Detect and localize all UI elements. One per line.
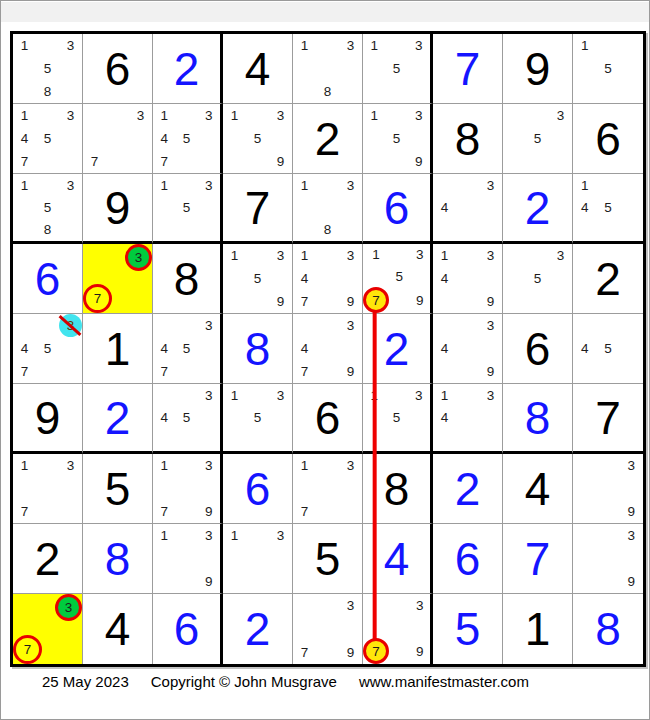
candidate-4[interactable]: 4 [153, 127, 175, 150]
cell-r4c1[interactable]: 6 [13, 244, 83, 314]
cell-value-solved: 4 [384, 536, 410, 582]
candidate-1[interactable]: 1 [363, 104, 385, 127]
candidate-1[interactable]: 1 [293, 244, 316, 267]
cell-r7c9[interactable]: 39 [573, 454, 643, 524]
cell-r7c8[interactable]: 4 [503, 454, 573, 524]
cell-r6c2[interactable]: 2 [83, 384, 153, 454]
app-window: 1358624138135791513457371345713592135983… [0, 0, 650, 720]
cell-value-solved: 8 [245, 326, 271, 372]
candidate-3[interactable]: 3 [59, 174, 82, 196]
candidate-1[interactable]: 1 [363, 34, 385, 57]
cell-value-solved: 6 [35, 256, 61, 302]
cell-r5c3[interactable]: 3457 [153, 314, 223, 384]
cell-r6c6[interactable]: 135 [363, 384, 433, 454]
candidate-9[interactable]: 9 [339, 290, 362, 313]
candidate-4[interactable]: 4 [153, 337, 175, 360]
sudoku-board[interactable]: 1358624138135791513457371345713592135983… [10, 31, 646, 667]
pencil-marks: 139 [153, 524, 220, 593]
candidate-3[interactable]: 3 [620, 524, 643, 547]
candidate-3[interactable]: 3 [339, 34, 362, 57]
cell-r4c5[interactable]: 13479 [293, 244, 363, 314]
candidate-7[interactable]: 7 [293, 290, 316, 313]
cell-r7c5[interactable]: 137 [293, 454, 363, 524]
cell-r6c8[interactable]: 8 [503, 384, 573, 454]
cell-value-given: 8 [174, 256, 200, 302]
cell-value-solved: 2 [174, 46, 200, 92]
candidate-5[interactable]: 5 [246, 127, 269, 150]
pencil-marks: 45 [573, 314, 643, 383]
candidate-7[interactable]: 7 [153, 360, 175, 383]
cell-r9c1[interactable]: 37 [13, 594, 83, 664]
cell-r3c8[interactable]: 2 [503, 174, 573, 244]
candidate-9[interactable]: 9 [269, 150, 292, 173]
pencil-marks: 135 [363, 34, 430, 103]
cell-r8c5[interactable]: 5 [293, 524, 363, 594]
candidate-1[interactable]: 1 [293, 174, 316, 196]
candidate-3[interactable]: 3 [549, 244, 572, 267]
cell-r4c6[interactable]: 13579 [363, 244, 433, 314]
pencil-marks: 37 [83, 104, 152, 173]
cell-r1c9[interactable]: 15 [573, 34, 643, 104]
cell-r2c2[interactable]: 37 [83, 104, 153, 174]
candidate-8[interactable]: 8 [316, 219, 339, 241]
candidate-5[interactable]: 5 [175, 337, 197, 360]
candidate-9[interactable]: 9 [339, 641, 362, 664]
cell-r9c6[interactable]: 379 [363, 594, 433, 664]
pencil-marks: 145 [573, 174, 643, 241]
candidate-7[interactable]: 7 [83, 150, 106, 173]
pencil-marks: 34 [433, 174, 502, 241]
candidate-1[interactable]: 1 [223, 524, 246, 547]
candidate-3[interactable]: 3 [410, 244, 431, 266]
cell-r9c8[interactable]: 1 [503, 594, 573, 664]
candidate-9[interactable]: 9 [198, 500, 220, 523]
cell-value-given: 7 [595, 395, 621, 441]
cell-r2c7[interactable]: 8 [433, 104, 503, 174]
cell-r5c4[interactable]: 8 [223, 314, 293, 384]
candidate-7[interactable]: 7 [293, 360, 316, 383]
cell-r7c6[interactable]: 8 [363, 454, 433, 524]
footer-date: 25 May 2023 [42, 673, 129, 690]
cell-r2c6[interactable]: 1359 [363, 104, 433, 174]
cell-r1c1[interactable]: 1358 [13, 34, 83, 104]
pencil-marks: 13479 [293, 244, 362, 313]
candidate-5[interactable]: 5 [175, 406, 197, 428]
cell-value-given: 6 [525, 326, 551, 372]
candidate-5[interactable]: 5 [175, 196, 197, 218]
pencil-marks: 13457 [13, 104, 82, 173]
footer-copyright: Copyright © John Musgrave [151, 673, 337, 690]
cell-value-solved: 2 [455, 466, 481, 512]
cell-value-given: 9 [105, 185, 131, 231]
cell-r6c7[interactable]: 134 [433, 384, 503, 454]
cell-value-given: 2 [315, 116, 341, 162]
candidate-8[interactable]: 8 [36, 80, 59, 103]
candidate-5[interactable]: 5 [36, 57, 59, 80]
pencil-marks: 15 [573, 34, 643, 103]
candidate-3[interactable]: 3 [198, 454, 220, 477]
candidate-3-green-ring[interactable]: 3 [125, 244, 152, 271]
cell-r5c2[interactable]: 1 [83, 314, 153, 384]
candidate-9[interactable]: 9 [408, 150, 430, 173]
candidate-3[interactable]: 3 [479, 314, 502, 337]
pencil-marks: 379 [363, 594, 430, 664]
cell-value-given: 6 [315, 395, 341, 441]
cell-r9c3[interactable]: 6 [153, 594, 223, 664]
candidate-9[interactable]: 9 [269, 290, 292, 313]
cell-r8c2[interactable]: 8 [83, 524, 153, 594]
cell-value-solved: 2 [105, 395, 131, 441]
candidate-3[interactable]: 3 [408, 384, 430, 406]
candidate-5[interactable]: 5 [175, 127, 197, 150]
pencil-marks: 1358 [13, 174, 82, 241]
pencil-marks: 1358 [13, 34, 82, 103]
pencil-marks: 135 [363, 384, 430, 451]
candidate-4[interactable]: 4 [433, 337, 456, 360]
cell-r6c5[interactable]: 6 [293, 384, 363, 454]
cell-r8c6[interactable]: 4 [363, 524, 433, 594]
pencil-marks: 1359 [363, 104, 430, 173]
candidate-1[interactable]: 1 [293, 454, 316, 477]
candidate-9[interactable]: 9 [620, 570, 643, 593]
candidate-8[interactable]: 8 [316, 80, 339, 103]
cell-r8c9[interactable]: 39 [573, 524, 643, 594]
cell-r7c4[interactable]: 6 [223, 454, 293, 524]
candidate-3[interactable]: 3 [408, 104, 430, 127]
candidate-5[interactable]: 5 [389, 266, 410, 288]
cell-r9c7[interactable]: 5 [433, 594, 503, 664]
candidate-1[interactable]: 1 [153, 104, 175, 127]
candidate-3[interactable]: 3 [198, 314, 220, 337]
candidate-3[interactable]: 3 [198, 104, 220, 127]
cell-value-solved: 7 [525, 536, 551, 582]
pencil-marks: 39 [573, 524, 643, 593]
candidate-3[interactable]: 3 [59, 104, 82, 127]
cell-value-solved: 6 [455, 536, 481, 582]
candidate-3[interactable]: 3 [198, 524, 220, 547]
candidate-5[interactable]: 5 [246, 267, 269, 290]
cell-value-solved: 8 [105, 536, 131, 582]
cell-value-given: 7 [245, 185, 271, 231]
cell-r7c3[interactable]: 1379 [153, 454, 223, 524]
candidate-3[interactable]: 3 [339, 314, 362, 337]
cell-r2c8[interactable]: 35 [503, 104, 573, 174]
pencil-marks: 379 [293, 594, 362, 664]
cell-r5c6[interactable]: 2 [363, 314, 433, 384]
candidate-7-red-ring[interactable]: 7 [13, 635, 42, 664]
candidate-4[interactable]: 4 [293, 337, 316, 360]
cell-r6c4[interactable]: 135 [223, 384, 293, 454]
pencil-marks: 3479 [293, 314, 362, 383]
cell-r2c5[interactable]: 2 [293, 104, 363, 174]
candidate-1[interactable]: 1 [13, 454, 36, 477]
cell-value-given: 5 [315, 536, 341, 582]
cell-value-solved: 8 [595, 606, 621, 652]
pencil-marks: 138 [293, 174, 362, 241]
pencil-marks: 345 [153, 384, 220, 451]
candidate-1[interactable]: 1 [223, 104, 246, 127]
candidate-1[interactable]: 1 [573, 34, 596, 57]
candidate-7[interactable]: 7 [13, 150, 36, 173]
candidate-5[interactable]: 5 [246, 406, 269, 428]
cell-r8c4[interactable]: 13 [223, 524, 293, 594]
candidate-7[interactable]: 7 [13, 500, 36, 523]
cell-value-solved: 8 [525, 395, 551, 441]
candidate-9[interactable]: 9 [479, 290, 502, 313]
cell-r5c8[interactable]: 6 [503, 314, 573, 384]
cell-r1c7[interactable]: 7 [433, 34, 503, 104]
pencil-marks: 1349 [433, 244, 502, 313]
candidate-4[interactable]: 4 [433, 267, 456, 290]
pencil-marks: 13579 [363, 244, 430, 313]
cell-r1c8[interactable]: 9 [503, 34, 573, 104]
candidate-3[interactable]: 3 [269, 524, 292, 547]
cell-value-given: 4 [105, 606, 131, 652]
cell-r1c2[interactable]: 6 [83, 34, 153, 104]
candidate-1[interactable]: 1 [223, 384, 246, 406]
candidate-3[interactable]: 3 [339, 244, 362, 267]
candidate-5[interactable]: 5 [385, 57, 407, 80]
cell-value-solved: 6 [384, 185, 410, 231]
cell-r9c4[interactable]: 2 [223, 594, 293, 664]
candidate-4[interactable]: 4 [153, 406, 175, 428]
cell-r3c7[interactable]: 34 [433, 174, 503, 244]
candidate-1[interactable]: 1 [433, 244, 456, 267]
candidate-4[interactable]: 4 [573, 337, 596, 360]
cell-r1c4[interactable]: 4 [223, 34, 293, 104]
cell-r2c4[interactable]: 1359 [223, 104, 293, 174]
pencil-marks: 39 [573, 454, 643, 523]
candidate-3[interactable]: 3 [269, 384, 292, 406]
cell-r1c6[interactable]: 135 [363, 34, 433, 104]
cell-value-given: 6 [595, 116, 621, 162]
candidate-3[interactable]: 3 [129, 104, 152, 127]
candidate-9[interactable]: 9 [410, 638, 431, 664]
cell-value-given: 8 [384, 466, 410, 512]
pencil-marks: 3457 [153, 314, 220, 383]
candidate-3-cyan-strike[interactable]: 3 [59, 314, 82, 337]
pencil-marks: 3457 [13, 314, 82, 383]
cell-r4c8[interactable]: 35 [503, 244, 573, 314]
cell-value-given: 9 [525, 46, 551, 92]
candidate-3[interactable]: 3 [339, 454, 362, 477]
footer-website[interactable]: www.manifestmaster.com [359, 673, 529, 690]
candidate-3[interactable]: 3 [198, 384, 220, 406]
pencil-marks: 138 [293, 34, 362, 103]
cell-r6c9[interactable]: 7 [573, 384, 643, 454]
candidate-3[interactable]: 3 [479, 244, 502, 267]
candidate-5[interactable]: 5 [526, 127, 549, 150]
cell-value-solved: 6 [245, 466, 271, 512]
candidate-1[interactable]: 1 [153, 454, 175, 477]
cell-r5c7[interactable]: 349 [433, 314, 503, 384]
cell-r3c6[interactable]: 6 [363, 174, 433, 244]
cell-r4c3[interactable]: 8 [153, 244, 223, 314]
candidate-5[interactable]: 5 [36, 337, 59, 360]
pencil-marks: 37 [13, 594, 82, 664]
candidate-3[interactable]: 3 [620, 454, 643, 477]
cell-r5c1[interactable]: 3457 [13, 314, 83, 384]
candidate-9[interactable]: 9 [410, 287, 431, 313]
cell-r2c1[interactable]: 13457 [13, 104, 83, 174]
pencil-marks: 135 [153, 174, 220, 241]
cell-r2c3[interactable]: 13457 [153, 104, 223, 174]
candidate-4[interactable]: 4 [433, 406, 456, 428]
footer: 25 May 2023 Copyright © John Musgrave ww… [42, 673, 529, 690]
pencil-marks: 1359 [223, 104, 292, 173]
candidate-3[interactable]: 3 [339, 594, 362, 617]
cell-value-solved: 2 [245, 606, 271, 652]
pencil-marks: 1379 [153, 454, 220, 523]
candidate-7-endpoint[interactable]: 7 [363, 287, 389, 313]
cell-r7c7[interactable]: 2 [433, 454, 503, 524]
cell-r4c4[interactable]: 1359 [223, 244, 293, 314]
cell-r7c1[interactable]: 137 [13, 454, 83, 524]
candidate-9[interactable]: 9 [198, 570, 220, 593]
cell-r5c5[interactable]: 3479 [293, 314, 363, 384]
cell-value-given: 8 [455, 116, 481, 162]
cell-value-given: 1 [105, 326, 131, 372]
cell-value-given: 5 [105, 466, 131, 512]
candidate-9[interactable]: 9 [479, 360, 502, 383]
candidate-3[interactable]: 3 [408, 34, 430, 57]
cell-r3c9[interactable]: 145 [573, 174, 643, 244]
candidate-5[interactable]: 5 [385, 406, 407, 428]
cell-value-given: 9 [35, 395, 61, 441]
candidate-4[interactable]: 4 [433, 196, 456, 218]
pencil-marks: 13 [223, 524, 292, 593]
candidate-3[interactable]: 3 [549, 104, 572, 127]
cell-value-given: 4 [245, 46, 271, 92]
cell-r4c2[interactable]: 37 [83, 244, 153, 314]
candidate-3[interactable]: 3 [339, 174, 362, 196]
candidate-3[interactable]: 3 [269, 104, 292, 127]
candidate-7[interactable]: 7 [153, 500, 175, 523]
candidate-4[interactable]: 4 [13, 337, 36, 360]
candidate-3[interactable]: 3 [410, 594, 431, 616]
cell-r4c7[interactable]: 1349 [433, 244, 503, 314]
cell-r9c5[interactable]: 379 [293, 594, 363, 664]
candidate-5[interactable]: 5 [596, 196, 619, 218]
candidate-4[interactable]: 4 [13, 127, 36, 150]
cell-r8c1[interactable]: 2 [13, 524, 83, 594]
cell-value-solved: 6 [174, 606, 200, 652]
pencil-marks: 13457 [153, 104, 220, 173]
cell-r8c8[interactable]: 7 [503, 524, 573, 594]
candidate-9[interactable]: 9 [339, 360, 362, 383]
cell-r3c1[interactable]: 1358 [13, 174, 83, 244]
candidate-1[interactable]: 1 [13, 104, 36, 127]
cell-value-given: 1 [525, 606, 551, 652]
cell-value-given: 4 [525, 466, 551, 512]
candidate-5[interactable]: 5 [36, 127, 59, 150]
cell-r3c3[interactable]: 135 [153, 174, 223, 244]
candidate-5[interactable]: 5 [36, 196, 59, 218]
candidate-8[interactable]: 8 [36, 219, 59, 241]
candidate-3[interactable]: 3 [59, 454, 82, 477]
cell-r6c3[interactable]: 345 [153, 384, 223, 454]
candidate-1[interactable]: 1 [433, 384, 456, 406]
candidate-1[interactable]: 1 [573, 174, 596, 196]
candidate-1[interactable]: 1 [153, 524, 175, 547]
cell-r3c5[interactable]: 138 [293, 174, 363, 244]
cell-r2c9[interactable]: 6 [573, 104, 643, 174]
cell-r8c3[interactable]: 139 [153, 524, 223, 594]
cell-r8c7[interactable]: 6 [433, 524, 503, 594]
cell-r3c2[interactable]: 9 [83, 174, 153, 244]
candidate-4[interactable]: 4 [293, 267, 316, 290]
cell-r7c2[interactable]: 5 [83, 454, 153, 524]
candidate-7[interactable]: 7 [13, 360, 36, 383]
pencil-marks: 37 [83, 244, 152, 313]
candidate-7-red-ring[interactable]: 7 [83, 284, 112, 313]
pencil-marks: 349 [433, 314, 502, 383]
candidate-3[interactable]: 3 [479, 174, 502, 196]
candidate-1[interactable]: 1 [293, 34, 316, 57]
window-top-strip [1, 2, 649, 22]
candidate-5[interactable]: 5 [596, 57, 619, 80]
cell-r9c9[interactable]: 8 [573, 594, 643, 664]
cell-r6c1[interactable]: 9 [13, 384, 83, 454]
candidate-3[interactable]: 3 [198, 174, 220, 196]
pencil-marks: 137 [293, 454, 362, 523]
cell-r1c5[interactable]: 138 [293, 34, 363, 104]
pencil-marks: 35 [503, 244, 572, 313]
candidate-7[interactable]: 7 [293, 641, 316, 664]
cell-value-solved: 2 [384, 326, 410, 372]
candidate-9[interactable]: 9 [620, 500, 643, 523]
candidate-5[interactable]: 5 [526, 267, 549, 290]
candidate-1[interactable]: 1 [223, 244, 246, 267]
candidate-3[interactable]: 3 [479, 384, 502, 406]
cell-r9c2[interactable]: 4 [83, 594, 153, 664]
cell-value-given: 2 [595, 256, 621, 302]
candidate-3[interactable]: 3 [269, 244, 292, 267]
candidate-5[interactable]: 5 [596, 337, 619, 360]
candidate-1[interactable]: 1 [13, 34, 36, 57]
cell-value-given: 2 [35, 536, 61, 582]
cell-value-solved: 7 [455, 46, 481, 92]
candidate-4[interactable]: 4 [573, 196, 596, 218]
cell-r5c9[interactable]: 45 [573, 314, 643, 384]
candidate-7-endpoint[interactable]: 7 [363, 638, 389, 664]
candidate-5[interactable]: 5 [385, 127, 407, 150]
candidate-1[interactable]: 1 [13, 174, 36, 196]
cell-r4c9[interactable]: 2 [573, 244, 643, 314]
pencil-marks: 35 [503, 104, 572, 173]
pencil-marks: 137 [13, 454, 82, 523]
candidate-7[interactable]: 7 [293, 500, 316, 523]
candidate-3[interactable]: 3 [59, 34, 82, 57]
cell-value-solved: 5 [455, 606, 481, 652]
cell-r3c4[interactable]: 7 [223, 174, 293, 244]
pencil-marks: 1359 [223, 244, 292, 313]
candidate-1[interactable]: 1 [363, 244, 389, 266]
candidate-1[interactable]: 1 [363, 384, 385, 406]
candidate-7[interactable]: 7 [153, 150, 175, 173]
cell-r1c3[interactable]: 2 [153, 34, 223, 104]
cell-value-solved: 2 [525, 185, 551, 231]
pencil-marks: 134 [433, 384, 502, 451]
cell-value-given: 6 [105, 46, 131, 92]
candidate-1[interactable]: 1 [153, 174, 175, 196]
candidate-3-green-ring[interactable]: 3 [55, 594, 82, 621]
pencil-marks: 135 [223, 384, 292, 451]
